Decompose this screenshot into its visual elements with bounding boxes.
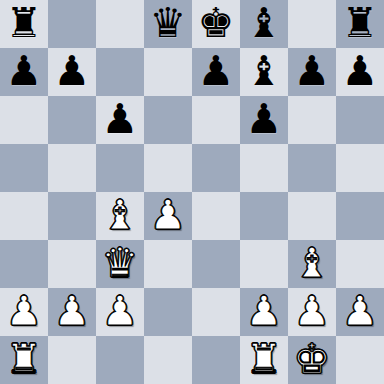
square-g6[interactable]	[288, 96, 336, 144]
square-g5[interactable]	[288, 144, 336, 192]
square-e5[interactable]	[192, 144, 240, 192]
square-a7[interactable]: ♟	[0, 48, 48, 96]
piece-white-pawn[interactable]: ♟	[54, 287, 91, 335]
square-e7[interactable]: ♟	[192, 48, 240, 96]
piece-black-pawn[interactable]: ♟	[102, 95, 139, 143]
square-e6[interactable]	[192, 96, 240, 144]
square-c1[interactable]	[96, 336, 144, 384]
square-e8[interactable]: ♚	[192, 0, 240, 48]
square-d8[interactable]: ♛	[144, 0, 192, 48]
square-g2[interactable]: ♟	[288, 288, 336, 336]
square-c5[interactable]	[96, 144, 144, 192]
square-f2[interactable]: ♟	[240, 288, 288, 336]
piece-white-rook[interactable]: ♜	[6, 335, 43, 383]
square-d6[interactable]	[144, 96, 192, 144]
piece-white-pawn[interactable]: ♟	[102, 287, 139, 335]
chess-board: ♜♛♚♝♜♟♟♟♝♟♟♟♟♝♟♛♝♟♟♟♟♟♟♜♜♚	[0, 0, 384, 384]
square-e4[interactable]	[192, 192, 240, 240]
square-g8[interactable]	[288, 0, 336, 48]
piece-black-bishop[interactable]: ♝	[246, 0, 283, 47]
square-e1[interactable]	[192, 336, 240, 384]
piece-black-rook[interactable]: ♜	[6, 0, 43, 47]
piece-white-bishop[interactable]: ♝	[102, 191, 139, 239]
piece-black-queen[interactable]: ♛	[150, 0, 187, 47]
piece-white-pawn[interactable]: ♟	[6, 287, 43, 335]
square-f5[interactable]	[240, 144, 288, 192]
square-c4[interactable]: ♝	[96, 192, 144, 240]
square-c3[interactable]: ♛	[96, 240, 144, 288]
square-b7[interactable]: ♟	[48, 48, 96, 96]
piece-black-bishop[interactable]: ♝	[246, 47, 283, 95]
square-h8[interactable]: ♜	[336, 0, 384, 48]
square-h2[interactable]: ♟	[336, 288, 384, 336]
square-c2[interactable]: ♟	[96, 288, 144, 336]
square-b2[interactable]: ♟	[48, 288, 96, 336]
square-h3[interactable]	[336, 240, 384, 288]
square-f8[interactable]: ♝	[240, 0, 288, 48]
piece-white-rook[interactable]: ♜	[246, 335, 283, 383]
square-a3[interactable]	[0, 240, 48, 288]
square-f1[interactable]: ♜	[240, 336, 288, 384]
square-c6[interactable]: ♟	[96, 96, 144, 144]
square-a2[interactable]: ♟	[0, 288, 48, 336]
piece-white-pawn[interactable]: ♟	[342, 287, 379, 335]
square-h5[interactable]	[336, 144, 384, 192]
piece-white-king[interactable]: ♚	[294, 335, 331, 383]
square-a5[interactable]	[0, 144, 48, 192]
square-e3[interactable]	[192, 240, 240, 288]
square-a8[interactable]: ♜	[0, 0, 48, 48]
square-f3[interactable]	[240, 240, 288, 288]
square-h1[interactable]	[336, 336, 384, 384]
square-b5[interactable]	[48, 144, 96, 192]
square-d1[interactable]	[144, 336, 192, 384]
piece-black-king[interactable]: ♚	[198, 0, 235, 47]
square-d5[interactable]	[144, 144, 192, 192]
square-b8[interactable]	[48, 0, 96, 48]
piece-white-pawn[interactable]: ♟	[150, 191, 187, 239]
piece-black-pawn[interactable]: ♟	[246, 95, 283, 143]
square-e2[interactable]	[192, 288, 240, 336]
square-b1[interactable]	[48, 336, 96, 384]
square-f6[interactable]: ♟	[240, 96, 288, 144]
square-c8[interactable]	[96, 0, 144, 48]
piece-black-pawn[interactable]: ♟	[294, 47, 331, 95]
square-h4[interactable]	[336, 192, 384, 240]
square-d7[interactable]	[144, 48, 192, 96]
square-h6[interactable]	[336, 96, 384, 144]
square-a4[interactable]	[0, 192, 48, 240]
piece-black-pawn[interactable]: ♟	[198, 47, 235, 95]
piece-white-pawn[interactable]: ♟	[246, 287, 283, 335]
piece-black-pawn[interactable]: ♟	[54, 47, 91, 95]
piece-black-pawn[interactable]: ♟	[342, 47, 379, 95]
square-b4[interactable]	[48, 192, 96, 240]
piece-black-rook[interactable]: ♜	[342, 0, 379, 47]
square-g3[interactable]: ♝	[288, 240, 336, 288]
piece-white-queen[interactable]: ♛	[102, 239, 139, 287]
square-d3[interactable]	[144, 240, 192, 288]
square-b3[interactable]	[48, 240, 96, 288]
square-a1[interactable]: ♜	[0, 336, 48, 384]
square-g1[interactable]: ♚	[288, 336, 336, 384]
square-g7[interactable]: ♟	[288, 48, 336, 96]
square-d4[interactable]: ♟	[144, 192, 192, 240]
square-f7[interactable]: ♝	[240, 48, 288, 96]
piece-white-pawn[interactable]: ♟	[294, 287, 331, 335]
piece-black-pawn[interactable]: ♟	[6, 47, 43, 95]
square-a6[interactable]	[0, 96, 48, 144]
square-c7[interactable]	[96, 48, 144, 96]
square-g4[interactable]	[288, 192, 336, 240]
square-b6[interactable]	[48, 96, 96, 144]
square-f4[interactable]	[240, 192, 288, 240]
square-h7[interactable]: ♟	[336, 48, 384, 96]
piece-white-bishop[interactable]: ♝	[294, 239, 331, 287]
square-d2[interactable]	[144, 288, 192, 336]
